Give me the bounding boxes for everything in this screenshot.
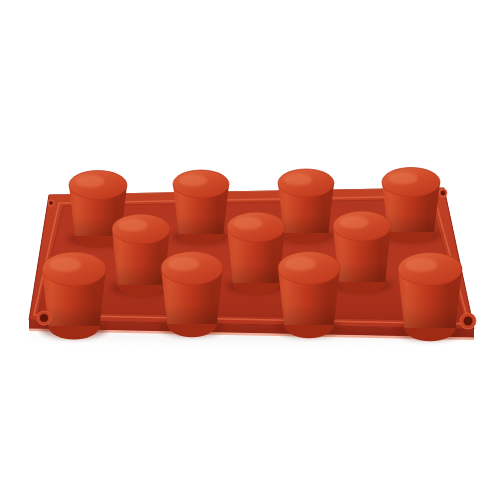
cavity-bump-3-back	[278, 169, 334, 244]
cavity-bump-2-back	[173, 170, 229, 245]
bump-gloss-highlight	[284, 174, 312, 186]
cavity-bump-11-front	[398, 253, 462, 342]
cavity-bump-7-middle	[333, 211, 391, 294]
corner-hole-opening	[441, 191, 445, 195]
bump-gloss-highlight	[75, 175, 104, 187]
bump-gloss-highlight	[49, 258, 81, 272]
corner-hole-opening	[40, 314, 48, 322]
bump-gloss-highlight	[405, 258, 437, 272]
corner-hole-opening	[49, 201, 53, 205]
corner-hole	[460, 313, 476, 329]
cavity-bump-4-back	[382, 168, 440, 244]
bump-gloss-highlight	[118, 219, 147, 232]
muffin-mould-illustration	[0, 0, 500, 500]
bump-gloss-highlight	[388, 172, 417, 184]
bump-gloss-highlight	[179, 175, 207, 187]
bump-gloss-highlight	[339, 216, 368, 229]
corner-hole	[37, 311, 51, 325]
bump-gloss-highlight	[233, 217, 262, 230]
corner-hole	[439, 189, 447, 197]
cavity-bump-8-front	[42, 252, 106, 340]
corner-hole-opening	[464, 317, 473, 326]
photo-canvas	[0, 0, 500, 500]
bump-gloss-highlight	[168, 257, 199, 271]
bump-gloss-highlight	[285, 257, 316, 271]
cavity-bump-5-middle	[112, 214, 170, 297]
corner-hole	[48, 200, 54, 206]
cavity-bump-10-front	[278, 252, 340, 339]
cavity-bump-9-front	[161, 252, 223, 338]
cavity-bump-6-middle	[227, 212, 285, 295]
